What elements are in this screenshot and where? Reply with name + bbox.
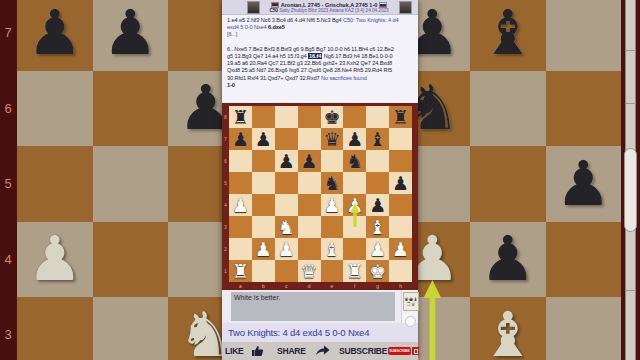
share-button[interactable]: SHARE — [277, 346, 306, 356]
black-pawn-h5[interactable]: ♟ — [389, 172, 412, 194]
chess-board: ♜♚♜♟♟♛♟♝♟♟♞♞♟♟♟♟♟♞♝♟♟♝♟♟♜♛♜♚ — [229, 106, 412, 282]
comment-row: White is better. ♛♚♝♖♕ — [222, 290, 418, 323]
chess-analysis-screenshot: ♟♟♛♟♝♟♟♞♞♟♟♟♟♟♞♝ 76543 Aronian,L 2745 - … — [0, 0, 640, 360]
current-move-highlight[interactable]: 16.f4 — [308, 53, 322, 59]
game-header: Aronian,L 2745 - Grischuk,A 2745 1-0 C50… — [222, 0, 418, 15]
white-pawn-c2[interactable]: ♟ — [275, 238, 298, 260]
square-a6[interactable] — [229, 150, 252, 172]
square-h8[interactable]: ♜ — [389, 106, 412, 128]
square-b1[interactable] — [252, 260, 275, 282]
notation-line: [6...] — [227, 31, 418, 38]
background-square-h7 — [546, 0, 622, 71]
white-pawn-e4[interactable]: ♟ — [321, 194, 344, 216]
square-c4[interactable] — [275, 194, 298, 216]
white-pawn-b2[interactable]: ♟ — [252, 238, 275, 260]
background-square-b3 — [93, 297, 169, 360]
notation-segment: C50: Two Knights: 4 d4 — [343, 17, 399, 23]
square-c6[interactable]: ♟ — [275, 150, 298, 172]
notation-line: g5 13.Bg3 Qe7 14.a4 h5 15.f3 g4 16.f4 Ng… — [227, 53, 418, 60]
square-c7[interactable] — [275, 128, 298, 150]
square-e2[interactable]: ♝ — [321, 238, 344, 260]
like-button[interactable]: LIKE — [225, 346, 244, 356]
notation-segment: 6.dxe5 — [268, 24, 285, 30]
opening-caption: Two Knights: 4 d4 exd4 5 0-0 Nxe4 — [228, 327, 369, 338]
background-rank-label: 7 — [0, 0, 16, 71]
square-b6[interactable] — [252, 150, 275, 172]
background-square-h6 — [546, 71, 622, 147]
analysis-panel: Aronian,L 2745 - Grischuk,A 2745 1-0 C50… — [222, 0, 418, 360]
square-g1[interactable]: ♚ — [366, 260, 389, 282]
square-b4[interactable] — [252, 194, 275, 216]
notation-line — [227, 39, 418, 46]
square-a4[interactable]: ♟ — [229, 194, 252, 216]
background-square-a5 — [17, 146, 93, 222]
evaluation-comment: White is better. — [231, 292, 395, 321]
square-a5[interactable] — [229, 172, 252, 194]
square-f3[interactable] — [343, 216, 366, 238]
white-queen-d1[interactable]: ♛ — [298, 260, 321, 282]
circle-icon — [405, 316, 416, 327]
square-h6[interactable] — [389, 150, 412, 172]
square-g6[interactable] — [366, 150, 389, 172]
armenia-flag-icon — [271, 2, 279, 8]
black-pawn-a7[interactable]: ♟ — [229, 128, 252, 150]
square-f6[interactable]: ♞ — [343, 150, 366, 172]
square-g7[interactable]: ♝ — [366, 128, 389, 150]
square-f7[interactable]: ♟ — [343, 128, 366, 150]
black-knight-e5[interactable]: ♞ — [321, 172, 344, 194]
background-square-b4 — [93, 222, 169, 298]
player-photo-white — [247, 1, 260, 14]
background-rank-label: 3 — [0, 297, 16, 360]
background-rank-label: 6 — [0, 71, 16, 147]
black-pawn-d6[interactable]: ♟ — [298, 150, 321, 172]
background-black-bishop-g7: ♝ — [470, 0, 546, 71]
background-square-g6 — [470, 71, 546, 147]
scrollbar-tick — [625, 50, 636, 51]
rank-labels: 87654321 — [222, 106, 229, 282]
notation-line: 1-0 — [227, 82, 418, 89]
black-pawn-g4[interactable]: ♟ — [366, 194, 389, 216]
square-b7[interactable]: ♟ — [252, 128, 275, 150]
black-rook-a8[interactable]: ♜ — [229, 106, 252, 128]
square-c8[interactable] — [275, 106, 298, 128]
notation-line: Qxd8 25.a5 Nd7 26.Bxg6 fxg6 27.Qxd6 Qe8 … — [227, 67, 418, 74]
square-b2[interactable]: ♟ — [252, 238, 275, 260]
square-d3[interactable] — [298, 216, 321, 238]
square-c5[interactable] — [275, 172, 298, 194]
black-pawn-f7[interactable]: ♟ — [343, 128, 366, 150]
notation-segment: [6...] — [227, 31, 237, 37]
footer-bar: LIKE SHARE SUBSCRIBE SUBSCRIBE — [222, 342, 418, 360]
square-f5[interactable] — [343, 172, 366, 194]
background-white-bishop-g3: ♝ — [470, 297, 546, 360]
square-g3[interactable]: ♝ — [366, 216, 389, 238]
russia-flag-icon — [379, 2, 387, 8]
white-pawn-g2[interactable]: ♟ — [366, 238, 389, 260]
square-d4[interactable] — [298, 194, 321, 216]
square-h4[interactable] — [389, 194, 412, 216]
white-rook-f1[interactable]: ♜ — [343, 260, 366, 282]
square-a7[interactable]: ♟ — [229, 128, 252, 150]
background-square-a6 — [17, 71, 93, 147]
background-square-b6 — [93, 71, 169, 147]
black-pawn-c6[interactable]: ♟ — [275, 150, 298, 172]
black-pawn-b7[interactable]: ♟ — [252, 128, 275, 150]
square-g8[interactable] — [366, 106, 389, 128]
square-c2[interactable]: ♟ — [275, 238, 298, 260]
notation-segment: Qxd8 25.a5 Nd7 26.Bxg6 fxg6 27.Qxd6 Qe8 … — [227, 67, 392, 73]
scrollbar-tick — [625, 103, 636, 104]
players-text: Aronian,L 2745 - Grischuk,A 2745 1-0 — [281, 2, 378, 8]
notation-segment: exd4 5 0-0 Nxe4 — [227, 24, 268, 30]
square-e1[interactable] — [321, 260, 344, 282]
subscribe-button[interactable]: SUBSCRIBE — [388, 347, 411, 355]
notation-segment: 19.a5 a6 20.Ra4 Qc7 21.Bf2 g3 22.Bb6 gxh… — [227, 60, 392, 66]
background-rank-label: 5 — [0, 146, 16, 222]
black-rook-h8[interactable]: ♜ — [389, 106, 412, 128]
notation-segment: 1.e4 e5 2.Nf3 Nc6 3.Bc4 d6 4.d4 Nf6 5.Nc… — [227, 17, 343, 23]
square-h5[interactable]: ♟ — [389, 172, 412, 194]
background-square-h4 — [546, 222, 622, 298]
event-line: C50 Satty Zhuldyz Blitz 2023 Astana KAZ … — [261, 8, 397, 13]
square-d1[interactable]: ♛ — [298, 260, 321, 282]
square-h1[interactable] — [389, 260, 412, 282]
thumbs-up-icon[interactable] — [251, 345, 264, 356]
players-line: Aronian,L 2745 - Grischuk,A 2745 1-0 — [261, 1, 397, 8]
white-rook-a1[interactable]: ♜ — [229, 260, 252, 282]
square-e6[interactable] — [321, 150, 344, 172]
square-h2[interactable]: ♟ — [389, 238, 412, 260]
notation-line: 19.a5 a6 20.Ra4 Qc7 21.Bf2 g3 22.Bb6 gxh… — [227, 60, 418, 67]
square-g4[interactable]: ♟ — [366, 194, 389, 216]
background-black-pawn-g4: ♟ — [470, 222, 546, 298]
caption-row: Two Knights: 4 d4 exd4 5 0-0 Nxe4 — [222, 323, 418, 342]
notation-panel[interactable]: 1.e4 e5 2.Nf3 Nc6 3.Bc4 d6 4.d4 Nf6 5.Nc… — [222, 15, 418, 103]
square-d7[interactable] — [298, 128, 321, 150]
subscribe-label[interactable]: SUBSCRIBE — [339, 346, 387, 356]
player-photo-black — [399, 1, 412, 14]
square-f2[interactable] — [343, 238, 366, 260]
background-black-pawn-h5: ♟ — [546, 146, 622, 222]
notation-segment: g5 13.Bg3 Qe7 14.a4 h5 15.f3 g4 — [227, 53, 308, 59]
background-square-b5 — [93, 146, 169, 222]
share-arrow-icon[interactable] — [316, 345, 330, 356]
notation-line: 1.e4 e5 2.Nf3 Nc6 3.Bc4 d6 4.d4 Nf6 5.Nc… — [227, 17, 418, 24]
square-d6[interactable]: ♟ — [298, 150, 321, 172]
white-bishop-e2[interactable]: ♝ — [321, 238, 344, 260]
notation-segment: No sacrifices found — [321, 75, 367, 81]
square-e3[interactable] — [321, 216, 344, 238]
square-b5[interactable] — [252, 172, 275, 194]
square-e8[interactable]: ♚ — [321, 106, 344, 128]
square-g5[interactable] — [366, 172, 389, 194]
notation-segment: 1-0 — [227, 82, 235, 88]
pieces-icon: ♛♚♝♖♕ — [403, 292, 419, 311]
notation-line: 30.Rfd1 Rxf4 31.Qxd7+ Qxd7 32.Rxd7 No sa… — [227, 75, 418, 82]
square-f8[interactable] — [343, 106, 366, 128]
square-a3[interactable] — [229, 216, 252, 238]
white-pawn-a4[interactable]: ♟ — [229, 194, 252, 216]
notation-segment: Ng6 17.Bd3 h4 18.Be1 0-0-0 — [322, 53, 392, 59]
white-knight-c3[interactable]: ♞ — [275, 216, 298, 238]
square-e5[interactable]: ♞ — [321, 172, 344, 194]
white-king-g1[interactable]: ♚ — [366, 260, 389, 282]
background-square-g5 — [470, 146, 546, 222]
background-rank-label: 4 — [0, 222, 16, 298]
background-square-h3 — [546, 297, 622, 360]
background-scrollbar-thumb[interactable] — [624, 148, 637, 232]
square-g2[interactable]: ♟ — [366, 238, 389, 260]
square-b3[interactable] — [252, 216, 275, 238]
square-d2[interactable] — [298, 238, 321, 260]
white-bishop-g3[interactable]: ♝ — [366, 216, 389, 238]
square-a8[interactable]: ♜ — [229, 106, 252, 128]
black-knight-f6[interactable]: ♞ — [343, 150, 366, 172]
board-frame: 87654321 abcdefgh ♜♚♜♟♟♛♟♝♟♟♞♞♟♟♟♟♟♞♝♟♟♝… — [222, 103, 418, 290]
event-text: Satty Zhuldyz Blitz 2023 Astana KAZ (3.4… — [279, 8, 388, 13]
notation-segment: 30.Rfd1 Rxf4 31.Qxd7+ Qxd7 32.Rxd7 — [227, 75, 321, 81]
background-white-pawn-a4: ♟ — [17, 222, 93, 298]
white-pawn-f4[interactable]: ♟ — [343, 194, 366, 216]
black-king-e8[interactable]: ♚ — [321, 106, 344, 128]
square-d8[interactable] — [298, 106, 321, 128]
square-e4[interactable]: ♟ — [321, 194, 344, 216]
notation-line: 6...Nxe5 7.Be2 Bxf3 8.Bxf3 g6 9.Bg5 Bg7 … — [227, 46, 418, 53]
black-bishop-g7[interactable]: ♝ — [366, 128, 389, 150]
square-d5[interactable] — [298, 172, 321, 194]
black-queen-e7[interactable]: ♛ — [321, 128, 344, 150]
scrollbar-tick — [625, 290, 636, 291]
square-b8[interactable] — [252, 106, 275, 128]
square-h3[interactable] — [389, 216, 412, 238]
square-c3[interactable]: ♞ — [275, 216, 298, 238]
square-e7[interactable]: ♛ — [321, 128, 344, 150]
square-a2[interactable] — [229, 238, 252, 260]
notation-line: exd4 5 0-0 Nxe4 6.dxe5 — [227, 24, 418, 31]
youtube-icon[interactable] — [412, 347, 419, 355]
square-c1[interactable] — [275, 260, 298, 282]
square-f4[interactable]: ♟ — [343, 194, 366, 216]
file-labels: abcdefgh — [229, 282, 412, 290]
notation-segment: 6...Nxe5 7.Be2 Bxf3 8.Bxf3 g6 9.Bg5 Bg7 … — [227, 46, 394, 52]
background-black-pawn-b7: ♟ — [93, 0, 169, 71]
background-black-pawn-a7: ♟ — [17, 0, 93, 71]
background-square-a3 — [17, 297, 93, 360]
white-pawn-h2[interactable]: ♟ — [389, 238, 412, 260]
square-f1[interactable]: ♜ — [343, 260, 366, 282]
eco-code: C50 — [269, 8, 278, 13]
square-a1[interactable]: ♜ — [229, 260, 252, 282]
square-h7[interactable] — [389, 128, 412, 150]
